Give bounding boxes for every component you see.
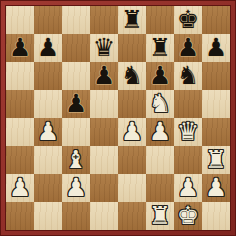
white-pawn-c2[interactable]: ♟ (65, 174, 87, 202)
square-b8[interactable] (34, 6, 62, 34)
black-pawn-f6[interactable]: ♟ (149, 62, 171, 90)
black-knight-g6[interactable]: ♞ (177, 62, 199, 90)
black-pawn-a7[interactable]: ♟ (9, 34, 31, 62)
square-f7[interactable]: ♜ (146, 34, 174, 62)
white-bishop-c3[interactable]: ♝ (65, 146, 87, 174)
white-rook-h3[interactable]: ♜ (205, 146, 227, 174)
square-h2[interactable]: ♟ (202, 174, 230, 202)
square-e5[interactable] (118, 90, 146, 118)
square-f8[interactable] (146, 6, 174, 34)
square-e8[interactable]: ♜ (118, 6, 146, 34)
square-d4[interactable] (90, 118, 118, 146)
square-h4[interactable] (202, 118, 230, 146)
black-king-g8[interactable]: ♚ (177, 6, 199, 34)
square-g6[interactable]: ♞ (174, 62, 202, 90)
square-b6[interactable] (34, 62, 62, 90)
white-pawn-e4[interactable]: ♟ (121, 118, 143, 146)
square-g5[interactable] (174, 90, 202, 118)
square-b4[interactable]: ♟ (34, 118, 62, 146)
white-queen-g4[interactable]: ♛ (177, 118, 199, 146)
square-e4[interactable]: ♟ (118, 118, 146, 146)
white-king-g1[interactable]: ♚ (177, 202, 199, 230)
square-d5[interactable] (90, 90, 118, 118)
square-b5[interactable] (34, 90, 62, 118)
white-pawn-g2[interactable]: ♟ (177, 174, 199, 202)
square-c6[interactable] (62, 62, 90, 90)
square-d6[interactable]: ♟ (90, 62, 118, 90)
square-a1[interactable] (6, 202, 34, 230)
black-knight-e6[interactable]: ♞ (121, 62, 143, 90)
square-b3[interactable] (34, 146, 62, 174)
square-a7[interactable]: ♟ (6, 34, 34, 62)
square-h8[interactable] (202, 6, 230, 34)
square-a6[interactable] (6, 62, 34, 90)
square-d1[interactable] (90, 202, 118, 230)
white-pawn-f4[interactable]: ♟ (149, 118, 171, 146)
square-g4[interactable]: ♛ (174, 118, 202, 146)
black-pawn-b7[interactable]: ♟ (37, 34, 59, 62)
black-pawn-g7[interactable]: ♟ (177, 34, 199, 62)
square-g3[interactable] (174, 146, 202, 174)
square-c3[interactable]: ♝ (62, 146, 90, 174)
chess-board: ♜♚♟♟♛♜♟♟♟♞♟♞♟♞♟♟♟♛♝♜♟♟♟♟♜♚ (5, 5, 231, 231)
square-a2[interactable]: ♟ (6, 174, 34, 202)
square-f2[interactable] (146, 174, 174, 202)
square-h6[interactable] (202, 62, 230, 90)
square-a8[interactable] (6, 6, 34, 34)
square-b7[interactable]: ♟ (34, 34, 62, 62)
square-e7[interactable] (118, 34, 146, 62)
square-e2[interactable] (118, 174, 146, 202)
square-d3[interactable] (90, 146, 118, 174)
white-pawn-h2[interactable]: ♟ (205, 174, 227, 202)
square-f5[interactable]: ♞ (146, 90, 174, 118)
square-c2[interactable]: ♟ (62, 174, 90, 202)
square-h5[interactable] (202, 90, 230, 118)
black-pawn-d6[interactable]: ♟ (93, 62, 115, 90)
white-pawn-a2[interactable]: ♟ (9, 174, 31, 202)
square-g7[interactable]: ♟ (174, 34, 202, 62)
black-queen-d7[interactable]: ♛ (93, 34, 115, 62)
white-knight-f5[interactable]: ♞ (149, 90, 171, 118)
black-rook-f7[interactable]: ♜ (149, 34, 171, 62)
square-a4[interactable] (6, 118, 34, 146)
square-g1[interactable]: ♚ (174, 202, 202, 230)
square-f1[interactable]: ♜ (146, 202, 174, 230)
square-e1[interactable] (118, 202, 146, 230)
square-c1[interactable] (62, 202, 90, 230)
square-b2[interactable] (34, 174, 62, 202)
square-d7[interactable]: ♛ (90, 34, 118, 62)
square-f4[interactable]: ♟ (146, 118, 174, 146)
square-c5[interactable]: ♟ (62, 90, 90, 118)
black-pawn-c5[interactable]: ♟ (65, 90, 87, 118)
square-h1[interactable] (202, 202, 230, 230)
square-a5[interactable] (6, 90, 34, 118)
square-e3[interactable] (118, 146, 146, 174)
square-h7[interactable]: ♟ (202, 34, 230, 62)
square-e6[interactable]: ♞ (118, 62, 146, 90)
square-g8[interactable]: ♚ (174, 6, 202, 34)
square-b1[interactable] (34, 202, 62, 230)
black-rook-e8[interactable]: ♜ (121, 6, 143, 34)
square-g2[interactable]: ♟ (174, 174, 202, 202)
square-a3[interactable] (6, 146, 34, 174)
square-d2[interactable] (90, 174, 118, 202)
board-frame: ♜♚♟♟♛♜♟♟♟♞♟♞♟♞♟♟♟♛♝♜♟♟♟♟♜♚ (0, 0, 236, 236)
square-c4[interactable] (62, 118, 90, 146)
square-c8[interactable] (62, 6, 90, 34)
white-rook-f1[interactable]: ♜ (149, 202, 171, 230)
square-h3[interactable]: ♜ (202, 146, 230, 174)
square-f6[interactable]: ♟ (146, 62, 174, 90)
square-c7[interactable] (62, 34, 90, 62)
black-pawn-h7[interactable]: ♟ (205, 34, 227, 62)
square-d8[interactable] (90, 6, 118, 34)
square-f3[interactable] (146, 146, 174, 174)
white-pawn-b4[interactable]: ♟ (37, 118, 59, 146)
